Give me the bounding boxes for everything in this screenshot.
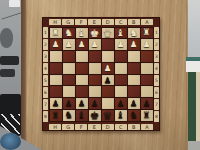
white-pawn[interactable]: ♟ (52, 40, 60, 49)
square-f8[interactable]: ♝ (76, 110, 88, 121)
white-pawn[interactable]: ♟ (91, 40, 99, 49)
square-a8[interactable]: ♜ (141, 110, 153, 121)
rank-label-1: 1 (154, 27, 159, 38)
square-f2[interactable]: ♟ (76, 39, 88, 50)
square-d1[interactable]: ♛ (102, 28, 114, 39)
black-rook[interactable]: ♜ (142, 111, 150, 120)
square-a1[interactable]: ♜ (141, 28, 153, 39)
square-a3[interactable] (141, 51, 153, 62)
square-h7[interactable]: ♟ (50, 98, 62, 109)
square-e8[interactable]: ♚ (89, 110, 101, 121)
square-e6[interactable] (89, 86, 101, 97)
equipment-bar-lower (0, 69, 15, 77)
white-bishop[interactable]: ♝ (116, 28, 125, 38)
file-label-b: B (128, 19, 140, 25)
square-h1[interactable]: ♜ (50, 28, 62, 39)
rank-label-7: 7 (154, 99, 159, 110)
black-bishop[interactable]: ♝ (116, 110, 125, 120)
white-king[interactable]: ♚ (90, 28, 99, 39)
rank-label-4: 4 (154, 63, 159, 74)
square-e2[interactable]: ♟ (89, 39, 101, 50)
square-g6[interactable] (63, 86, 75, 97)
rank-label-6: 6 (43, 87, 48, 98)
white-rook[interactable]: ♜ (51, 28, 59, 37)
square-d2[interactable] (102, 39, 114, 50)
square-e3[interactable] (89, 51, 101, 62)
square-b4[interactable] (128, 63, 140, 74)
white-pawn[interactable]: ♟ (104, 64, 112, 73)
square-b6[interactable] (128, 86, 140, 97)
square-c1[interactable]: ♝ (115, 28, 127, 39)
blue-object (0, 133, 21, 150)
rank-label-1: 1 (43, 27, 48, 38)
rank-label-5: 5 (154, 75, 159, 86)
square-a4[interactable] (141, 63, 153, 74)
square-b5[interactable] (128, 75, 140, 86)
file-label-d: D (102, 124, 114, 130)
rank-label-2: 2 (43, 39, 48, 50)
file-label-e: E (88, 124, 100, 130)
chess-board: HGFEDCBA 12345678 12345678 HGFEDCBA ♜♞♝♚… (42, 17, 160, 131)
file-label-a: A (141, 124, 153, 130)
square-c8[interactable]: ♝ (115, 110, 127, 121)
square-d7[interactable] (102, 98, 114, 109)
black-pawn[interactable]: ♟ (65, 99, 73, 108)
file-label-g: G (62, 124, 74, 130)
square-h4[interactable] (50, 63, 62, 74)
square-a5[interactable] (141, 75, 153, 86)
square-e5[interactable] (89, 75, 101, 86)
square-h6[interactable] (50, 86, 62, 97)
rank-label-8: 8 (154, 111, 159, 122)
white-rook[interactable]: ♜ (142, 28, 150, 37)
square-d4[interactable]: ♟ (102, 63, 114, 74)
rank-label-3: 3 (43, 51, 48, 62)
black-pawn[interactable]: ♟ (91, 99, 99, 108)
square-a7[interactable]: ♟ (141, 98, 153, 109)
black-pawn[interactable]: ♟ (52, 99, 60, 108)
file-label-a: A (141, 19, 153, 25)
square-g5[interactable] (63, 75, 75, 86)
black-pawn[interactable]: ♟ (78, 99, 86, 108)
square-e7[interactable]: ♟ (89, 98, 101, 109)
black-pawn[interactable]: ♟ (104, 76, 112, 85)
square-b3[interactable] (128, 51, 140, 62)
rank-label-8: 8 (43, 111, 48, 122)
file-label-d: D (102, 19, 114, 25)
square-d6[interactable] (102, 86, 114, 97)
square-f3[interactable] (76, 51, 88, 62)
white-bishop[interactable]: ♝ (77, 28, 86, 38)
file-label-e: E (88, 19, 100, 25)
file-label-c: C (115, 124, 127, 130)
square-g3[interactable] (63, 51, 75, 62)
background-wall (188, 0, 200, 58)
file-label-g: G (62, 19, 74, 25)
square-e4[interactable] (89, 63, 101, 74)
rank-label-5: 5 (43, 75, 48, 86)
white-pawn[interactable]: ♟ (78, 40, 86, 49)
black-king[interactable]: ♚ (90, 110, 99, 121)
square-b7[interactable]: ♟ (128, 98, 140, 109)
equipment-shadow (0, 28, 13, 48)
square-g8[interactable]: ♞ (63, 110, 75, 121)
file-label-c: C (115, 19, 127, 25)
rank-label-3: 3 (154, 51, 159, 62)
rank-label-7: 7 (43, 99, 48, 110)
black-knight[interactable]: ♞ (64, 110, 73, 120)
square-f4[interactable] (76, 63, 88, 74)
rank-label-4: 4 (43, 63, 48, 74)
square-g1[interactable]: ♞ (63, 28, 75, 39)
square-h8[interactable]: ♜ (50, 110, 62, 121)
white-knight[interactable]: ♞ (64, 28, 73, 38)
square-c5[interactable] (115, 75, 127, 86)
square-e1[interactable]: ♚ (89, 28, 101, 39)
square-d8[interactable]: ♛ (102, 110, 114, 121)
white-knight[interactable]: ♞ (129, 28, 138, 38)
rank-label-6: 6 (154, 87, 159, 98)
square-h5[interactable] (50, 75, 62, 86)
rank-labels-right: 12345678 (154, 26, 159, 122)
square-g4[interactable] (63, 63, 75, 74)
black-pawn[interactable]: ♟ (117, 99, 125, 108)
black-knight[interactable]: ♞ (129, 110, 138, 120)
square-h2[interactable]: ♟ (50, 39, 62, 50)
black-queen[interactable]: ♛ (103, 110, 112, 121)
file-label-b: B (128, 124, 140, 130)
square-h3[interactable] (50, 51, 62, 62)
file-labels-bottom: HGFEDCBA (49, 124, 154, 130)
square-b1[interactable]: ♞ (128, 28, 140, 39)
appliance-teal-top (186, 57, 200, 61)
white-appliance (186, 57, 200, 72)
file-label-f: F (75, 19, 87, 25)
file-label-f: F (75, 124, 87, 130)
white-pawn[interactable]: ♟ (130, 40, 138, 49)
square-g7[interactable]: ♟ (63, 98, 75, 109)
white-object-top-left (9, 0, 20, 7)
square-f7[interactable]: ♟ (76, 98, 88, 109)
file-labels-top: HGFEDCBA (49, 19, 154, 25)
square-a6[interactable] (141, 86, 153, 97)
white-pawn[interactable]: ♟ (143, 40, 151, 49)
table-seam (186, 0, 188, 150)
file-label-h: H (49, 124, 61, 130)
white-queen[interactable]: ♛ (103, 28, 112, 39)
square-f6[interactable] (76, 86, 88, 97)
black-pawn[interactable]: ♟ (130, 99, 138, 108)
black-bishop[interactable]: ♝ (77, 110, 86, 120)
square-c6[interactable] (115, 86, 127, 97)
floor-bottom-right (188, 141, 200, 150)
square-b8[interactable]: ♞ (128, 110, 140, 121)
square-c7[interactable]: ♟ (115, 98, 127, 109)
black-pawn[interactable]: ♟ (143, 99, 151, 108)
equipment-bar-upper (0, 56, 19, 65)
photo-scene: HGFEDCBA 12345678 12345678 HGFEDCBA ♜♞♝♚… (0, 0, 200, 150)
black-rook[interactable]: ♜ (51, 111, 59, 120)
file-label-h: H (49, 19, 61, 25)
chess-board-grid: ♜♞♝♚♛♝♞♜♟♟♟♟♟♟♟♟♟♟♟♟♟♟♟♟♜♞♝♚♛♝♞♜ (49, 27, 154, 122)
square-f1[interactable]: ♝ (76, 28, 88, 39)
square-f5[interactable] (76, 75, 88, 86)
square-c2[interactable]: ♟ (115, 39, 127, 50)
rank-label-2: 2 (154, 39, 159, 50)
square-g2[interactable]: ♟ (63, 39, 75, 50)
square-d5[interactable]: ♟ (102, 75, 114, 86)
square-a2[interactable]: ♟ (141, 39, 153, 50)
square-c4[interactable] (115, 63, 127, 74)
white-pawn[interactable]: ♟ (117, 40, 125, 49)
table-edge-left (21, 0, 27, 150)
square-d3[interactable] (102, 51, 114, 62)
rank-labels-left: 12345678 (43, 26, 48, 122)
square-c3[interactable] (115, 51, 127, 62)
square-b2[interactable]: ♟ (128, 39, 140, 50)
green-door-strip (188, 72, 196, 141)
white-pawn[interactable]: ♟ (65, 40, 73, 49)
